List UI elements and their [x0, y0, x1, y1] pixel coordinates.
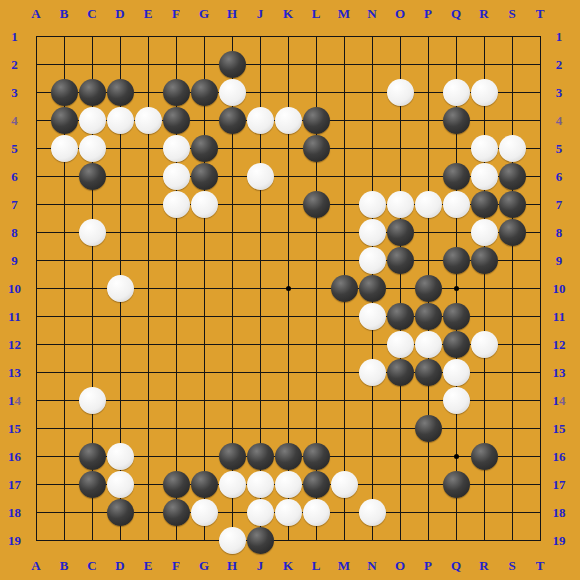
stone-black-Q17: [443, 471, 470, 498]
stone-white-C5: [79, 135, 106, 162]
stone-black-H2: [219, 51, 246, 78]
stone-black-O9: [387, 247, 414, 274]
stone-black-B3: [51, 79, 78, 106]
goban[interactable]: [0, 0, 580, 580]
stone-white-F7: [163, 191, 190, 218]
stone-white-Q3: [443, 79, 470, 106]
stone-black-H16: [219, 443, 246, 470]
stone-white-R8: [471, 219, 498, 246]
stone-black-M10: [331, 275, 358, 302]
stone-black-N10: [359, 275, 386, 302]
stone-black-C3: [79, 79, 106, 106]
stone-black-L17: [303, 471, 330, 498]
stone-black-L7: [303, 191, 330, 218]
stone-white-K4: [275, 107, 302, 134]
stone-white-B5: [51, 135, 78, 162]
stone-black-J19: [247, 527, 274, 554]
stone-black-J16: [247, 443, 274, 470]
stone-white-N11: [359, 303, 386, 330]
stone-black-C6: [79, 163, 106, 190]
stone-black-C17: [79, 471, 106, 498]
stone-black-Q12: [443, 331, 470, 358]
stone-white-J17: [247, 471, 274, 498]
stone-black-S8: [499, 219, 526, 246]
stone-black-G3: [191, 79, 218, 106]
stone-white-R3: [471, 79, 498, 106]
go-board-app: ABCDEFGHJKLMNOPQRST ABCDEFGHJKLMNOPQRST …: [0, 0, 580, 580]
stone-white-O3: [387, 79, 414, 106]
stone-black-D3: [107, 79, 134, 106]
stone-white-C8: [79, 219, 106, 246]
stone-white-O12: [387, 331, 414, 358]
stone-black-G6: [191, 163, 218, 190]
stone-black-F3: [163, 79, 190, 106]
stone-white-H17: [219, 471, 246, 498]
stone-white-H19: [219, 527, 246, 554]
stone-black-H4: [219, 107, 246, 134]
stone-white-K18: [275, 499, 302, 526]
stone-white-S5: [499, 135, 526, 162]
stone-white-Q13: [443, 359, 470, 386]
stone-black-K16: [275, 443, 302, 470]
stone-black-L4: [303, 107, 330, 134]
stone-white-G7: [191, 191, 218, 218]
stone-white-J4: [247, 107, 274, 134]
stone-black-S6: [499, 163, 526, 190]
stone-black-R7: [471, 191, 498, 218]
stone-black-P11: [415, 303, 442, 330]
stone-white-F6: [163, 163, 190, 190]
stone-white-Q7: [443, 191, 470, 218]
stone-black-G17: [191, 471, 218, 498]
stone-white-D10: [107, 275, 134, 302]
stone-black-Q11: [443, 303, 470, 330]
stone-black-L5: [303, 135, 330, 162]
stone-white-C14: [79, 387, 106, 414]
stone-white-G18: [191, 499, 218, 526]
stone-white-P7: [415, 191, 442, 218]
stone-black-P13: [415, 359, 442, 386]
stone-black-Q6: [443, 163, 470, 190]
stone-white-P12: [415, 331, 442, 358]
stone-black-Q4: [443, 107, 470, 134]
stone-white-M17: [331, 471, 358, 498]
stone-black-O13: [387, 359, 414, 386]
stone-white-E4: [135, 107, 162, 134]
stone-white-F5: [163, 135, 190, 162]
star-point: [286, 286, 291, 291]
stone-white-C4: [79, 107, 106, 134]
stone-white-R12: [471, 331, 498, 358]
stone-black-F17: [163, 471, 190, 498]
stone-white-R5: [471, 135, 498, 162]
stone-white-N7: [359, 191, 386, 218]
stone-black-L16: [303, 443, 330, 470]
stone-black-F18: [163, 499, 190, 526]
stone-white-N18: [359, 499, 386, 526]
stone-white-N9: [359, 247, 386, 274]
stone-white-R6: [471, 163, 498, 190]
stone-white-H3: [219, 79, 246, 106]
stone-black-R9: [471, 247, 498, 274]
stone-black-B4: [51, 107, 78, 134]
stone-white-D16: [107, 443, 134, 470]
stone-white-J18: [247, 499, 274, 526]
star-point: [454, 454, 459, 459]
stone-white-K17: [275, 471, 302, 498]
stone-black-P15: [415, 415, 442, 442]
stone-black-C16: [79, 443, 106, 470]
stone-black-R16: [471, 443, 498, 470]
stone-white-J6: [247, 163, 274, 190]
stone-black-O8: [387, 219, 414, 246]
stone-black-O11: [387, 303, 414, 330]
stone-black-P10: [415, 275, 442, 302]
stone-white-L18: [303, 499, 330, 526]
stone-white-Q14: [443, 387, 470, 414]
stone-black-Q9: [443, 247, 470, 274]
stone-black-D18: [107, 499, 134, 526]
stone-black-S7: [499, 191, 526, 218]
stone-white-D4: [107, 107, 134, 134]
stone-white-O7: [387, 191, 414, 218]
star-point: [454, 286, 459, 291]
stone-white-N8: [359, 219, 386, 246]
stone-white-D17: [107, 471, 134, 498]
stone-black-F4: [163, 107, 190, 134]
stone-black-G5: [191, 135, 218, 162]
stone-white-N13: [359, 359, 386, 386]
